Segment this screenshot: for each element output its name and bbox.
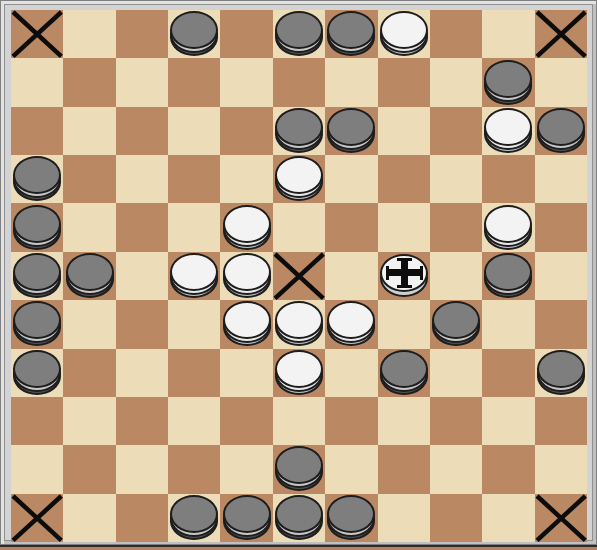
square-r5c2[interactable] bbox=[63, 203, 115, 251]
square-r4c5[interactable] bbox=[220, 155, 272, 203]
square-r11c6[interactable] bbox=[273, 494, 325, 542]
corner-mark bbox=[11, 10, 63, 58]
square-r2c4[interactable] bbox=[168, 58, 220, 106]
square-r2c2[interactable] bbox=[63, 58, 115, 106]
square-r9c1[interactable] bbox=[11, 397, 63, 445]
square-r8c3[interactable] bbox=[116, 349, 168, 397]
throne-mark bbox=[273, 252, 325, 300]
square-r10c6[interactable] bbox=[273, 445, 325, 493]
square-r8c9[interactable] bbox=[430, 349, 482, 397]
attacker-piece[interactable] bbox=[13, 156, 61, 201]
square-r6c8[interactable] bbox=[378, 252, 430, 300]
defender-piece[interactable] bbox=[275, 156, 323, 201]
square-r9c6[interactable] bbox=[273, 397, 325, 445]
square-r4c6[interactable] bbox=[273, 155, 325, 203]
square-r3c4[interactable] bbox=[168, 107, 220, 155]
square-r11c2[interactable] bbox=[63, 494, 115, 542]
square-r4c7[interactable] bbox=[325, 155, 377, 203]
attacker-piece[interactable] bbox=[170, 495, 218, 540]
corner-mark bbox=[11, 494, 63, 542]
square-r5c5[interactable] bbox=[220, 203, 272, 251]
corner-mark bbox=[535, 10, 587, 58]
square-r10c9[interactable] bbox=[430, 445, 482, 493]
square-r11c9[interactable] bbox=[430, 494, 482, 542]
square-r9c11[interactable] bbox=[535, 397, 587, 445]
square-r8c1[interactable] bbox=[11, 349, 63, 397]
king-piece[interactable] bbox=[379, 254, 429, 298]
square-r9c2[interactable] bbox=[63, 397, 115, 445]
square-r6c11[interactable] bbox=[535, 252, 587, 300]
square-r7c7[interactable] bbox=[325, 300, 377, 348]
attacker-piece[interactable] bbox=[432, 301, 480, 346]
square-r3c10[interactable] bbox=[482, 107, 534, 155]
square-r2c9[interactable] bbox=[430, 58, 482, 106]
square-r4c1[interactable] bbox=[11, 155, 63, 203]
defender-piece[interactable] bbox=[275, 301, 323, 346]
square-r7c2[interactable] bbox=[63, 300, 115, 348]
square-r8c10[interactable] bbox=[482, 349, 534, 397]
square-r8c5[interactable] bbox=[220, 349, 272, 397]
square-r3c3[interactable] bbox=[116, 107, 168, 155]
square-r1c1[interactable] bbox=[11, 10, 63, 58]
board bbox=[11, 10, 587, 542]
square-r1c11[interactable] bbox=[535, 10, 587, 58]
attacker-piece[interactable] bbox=[13, 253, 61, 298]
hnefatafl-app: { "game": "hnefatafl", "board": { "rows"… bbox=[0, 0, 597, 550]
attacker-piece[interactable] bbox=[537, 108, 585, 153]
defender-piece[interactable] bbox=[223, 301, 271, 346]
square-r10c10[interactable] bbox=[482, 445, 534, 493]
square-r7c9[interactable] bbox=[430, 300, 482, 348]
square-r10c7[interactable] bbox=[325, 445, 377, 493]
defender-piece[interactable] bbox=[170, 253, 218, 298]
square-r11c4[interactable] bbox=[168, 494, 220, 542]
square-r3c8[interactable] bbox=[378, 107, 430, 155]
square-r9c10[interactable] bbox=[482, 397, 534, 445]
square-r3c2[interactable] bbox=[63, 107, 115, 155]
square-r4c9[interactable] bbox=[430, 155, 482, 203]
square-r4c11[interactable] bbox=[535, 155, 587, 203]
defender-piece[interactable] bbox=[484, 108, 532, 153]
square-r5c7[interactable] bbox=[325, 203, 377, 251]
square-r2c6[interactable] bbox=[273, 58, 325, 106]
square-r9c5[interactable] bbox=[220, 397, 272, 445]
square-r6c4[interactable] bbox=[168, 252, 220, 300]
square-r8c11[interactable] bbox=[535, 349, 587, 397]
square-r3c9[interactable] bbox=[430, 107, 482, 155]
square-r11c3[interactable] bbox=[116, 494, 168, 542]
attacker-piece[interactable] bbox=[484, 60, 532, 105]
square-r6c1[interactable] bbox=[11, 252, 63, 300]
square-r3c6[interactable] bbox=[273, 107, 325, 155]
square-r6c3[interactable] bbox=[116, 252, 168, 300]
square-r1c9[interactable] bbox=[430, 10, 482, 58]
square-r10c4[interactable] bbox=[168, 445, 220, 493]
square-r7c1[interactable] bbox=[11, 300, 63, 348]
square-r8c2[interactable] bbox=[63, 349, 115, 397]
defender-piece[interactable] bbox=[327, 301, 375, 346]
square-r1c5[interactable] bbox=[220, 10, 272, 58]
square-r5c10[interactable] bbox=[482, 203, 534, 251]
square-r2c5[interactable] bbox=[220, 58, 272, 106]
square-r2c7[interactable] bbox=[325, 58, 377, 106]
square-r5c3[interactable] bbox=[116, 203, 168, 251]
square-r9c8[interactable] bbox=[378, 397, 430, 445]
square-r10c3[interactable] bbox=[116, 445, 168, 493]
square-r9c3[interactable] bbox=[116, 397, 168, 445]
square-r8c4[interactable] bbox=[168, 349, 220, 397]
square-r11c11[interactable] bbox=[535, 494, 587, 542]
square-r11c10[interactable] bbox=[482, 494, 534, 542]
square-r4c2[interactable] bbox=[63, 155, 115, 203]
defender-piece[interactable] bbox=[223, 253, 271, 298]
square-r9c7[interactable] bbox=[325, 397, 377, 445]
square-r5c9[interactable] bbox=[430, 203, 482, 251]
square-r1c3[interactable] bbox=[116, 10, 168, 58]
square-r7c5[interactable] bbox=[220, 300, 272, 348]
square-r4c3[interactable] bbox=[116, 155, 168, 203]
square-r6c7[interactable] bbox=[325, 252, 377, 300]
square-r7c6[interactable] bbox=[273, 300, 325, 348]
attacker-piece[interactable] bbox=[13, 350, 61, 395]
square-r1c7[interactable] bbox=[325, 10, 377, 58]
square-r1c4[interactable] bbox=[168, 10, 220, 58]
square-r11c7[interactable] bbox=[325, 494, 377, 542]
square-r4c4[interactable] bbox=[168, 155, 220, 203]
square-r8c7[interactable] bbox=[325, 349, 377, 397]
square-r5c6[interactable] bbox=[273, 203, 325, 251]
square-r6c9[interactable] bbox=[430, 252, 482, 300]
square-r10c8[interactable] bbox=[378, 445, 430, 493]
attacker-piece[interactable] bbox=[275, 495, 323, 540]
square-r8c8[interactable] bbox=[378, 349, 430, 397]
square-r8c6[interactable] bbox=[273, 349, 325, 397]
square-r11c8[interactable] bbox=[378, 494, 430, 542]
square-r1c8[interactable] bbox=[378, 10, 430, 58]
square-r11c5[interactable] bbox=[220, 494, 272, 542]
square-r4c10[interactable] bbox=[482, 155, 534, 203]
square-r10c1[interactable] bbox=[11, 445, 63, 493]
attacker-piece[interactable] bbox=[223, 495, 271, 540]
attacker-piece[interactable] bbox=[13, 301, 61, 346]
square-r7c11[interactable] bbox=[535, 300, 587, 348]
defender-piece[interactable] bbox=[484, 205, 532, 250]
square-r10c5[interactable] bbox=[220, 445, 272, 493]
square-r9c4[interactable] bbox=[168, 397, 220, 445]
square-r2c8[interactable] bbox=[378, 58, 430, 106]
square-r3c11[interactable] bbox=[535, 107, 587, 155]
square-r6c2[interactable] bbox=[63, 252, 115, 300]
attacker-piece[interactable] bbox=[170, 11, 218, 56]
defender-piece[interactable] bbox=[275, 350, 323, 395]
square-r2c3[interactable] bbox=[116, 58, 168, 106]
square-r1c10[interactable] bbox=[482, 10, 534, 58]
corner-mark bbox=[535, 494, 587, 542]
square-r3c7[interactable] bbox=[325, 107, 377, 155]
square-r6c6[interactable] bbox=[273, 252, 325, 300]
square-r9c9[interactable] bbox=[430, 397, 482, 445]
square-r2c11[interactable] bbox=[535, 58, 587, 106]
defender-piece[interactable] bbox=[380, 11, 428, 56]
attacker-piece[interactable] bbox=[327, 108, 375, 153]
attacker-piece[interactable] bbox=[327, 495, 375, 540]
square-r5c4[interactable] bbox=[168, 203, 220, 251]
square-r7c4[interactable] bbox=[168, 300, 220, 348]
square-r3c5[interactable] bbox=[220, 107, 272, 155]
square-r11c1[interactable] bbox=[11, 494, 63, 542]
square-r1c6[interactable] bbox=[273, 10, 325, 58]
square-r5c8[interactable] bbox=[378, 203, 430, 251]
square-r6c10[interactable] bbox=[482, 252, 534, 300]
attacker-piece[interactable] bbox=[275, 11, 323, 56]
attacker-piece[interactable] bbox=[327, 11, 375, 56]
square-r7c10[interactable] bbox=[482, 300, 534, 348]
attacker-piece[interactable] bbox=[275, 446, 323, 491]
square-r3c1[interactable] bbox=[11, 107, 63, 155]
square-r5c1[interactable] bbox=[11, 203, 63, 251]
square-r7c8[interactable] bbox=[378, 300, 430, 348]
attacker-piece[interactable] bbox=[275, 108, 323, 153]
attacker-piece[interactable] bbox=[13, 205, 61, 250]
attacker-piece[interactable] bbox=[380, 350, 428, 395]
square-r2c10[interactable] bbox=[482, 58, 534, 106]
defender-piece[interactable] bbox=[223, 205, 271, 250]
attacker-piece[interactable] bbox=[484, 253, 532, 298]
square-r4c8[interactable] bbox=[378, 155, 430, 203]
square-r7c3[interactable] bbox=[116, 300, 168, 348]
square-r10c2[interactable] bbox=[63, 445, 115, 493]
attacker-piece[interactable] bbox=[66, 253, 114, 298]
attacker-piece[interactable] bbox=[537, 350, 585, 395]
square-r2c1[interactable] bbox=[11, 58, 63, 106]
square-r6c5[interactable] bbox=[220, 252, 272, 300]
square-r5c11[interactable] bbox=[535, 203, 587, 251]
square-r1c2[interactable] bbox=[63, 10, 115, 58]
square-r10c11[interactable] bbox=[535, 445, 587, 493]
